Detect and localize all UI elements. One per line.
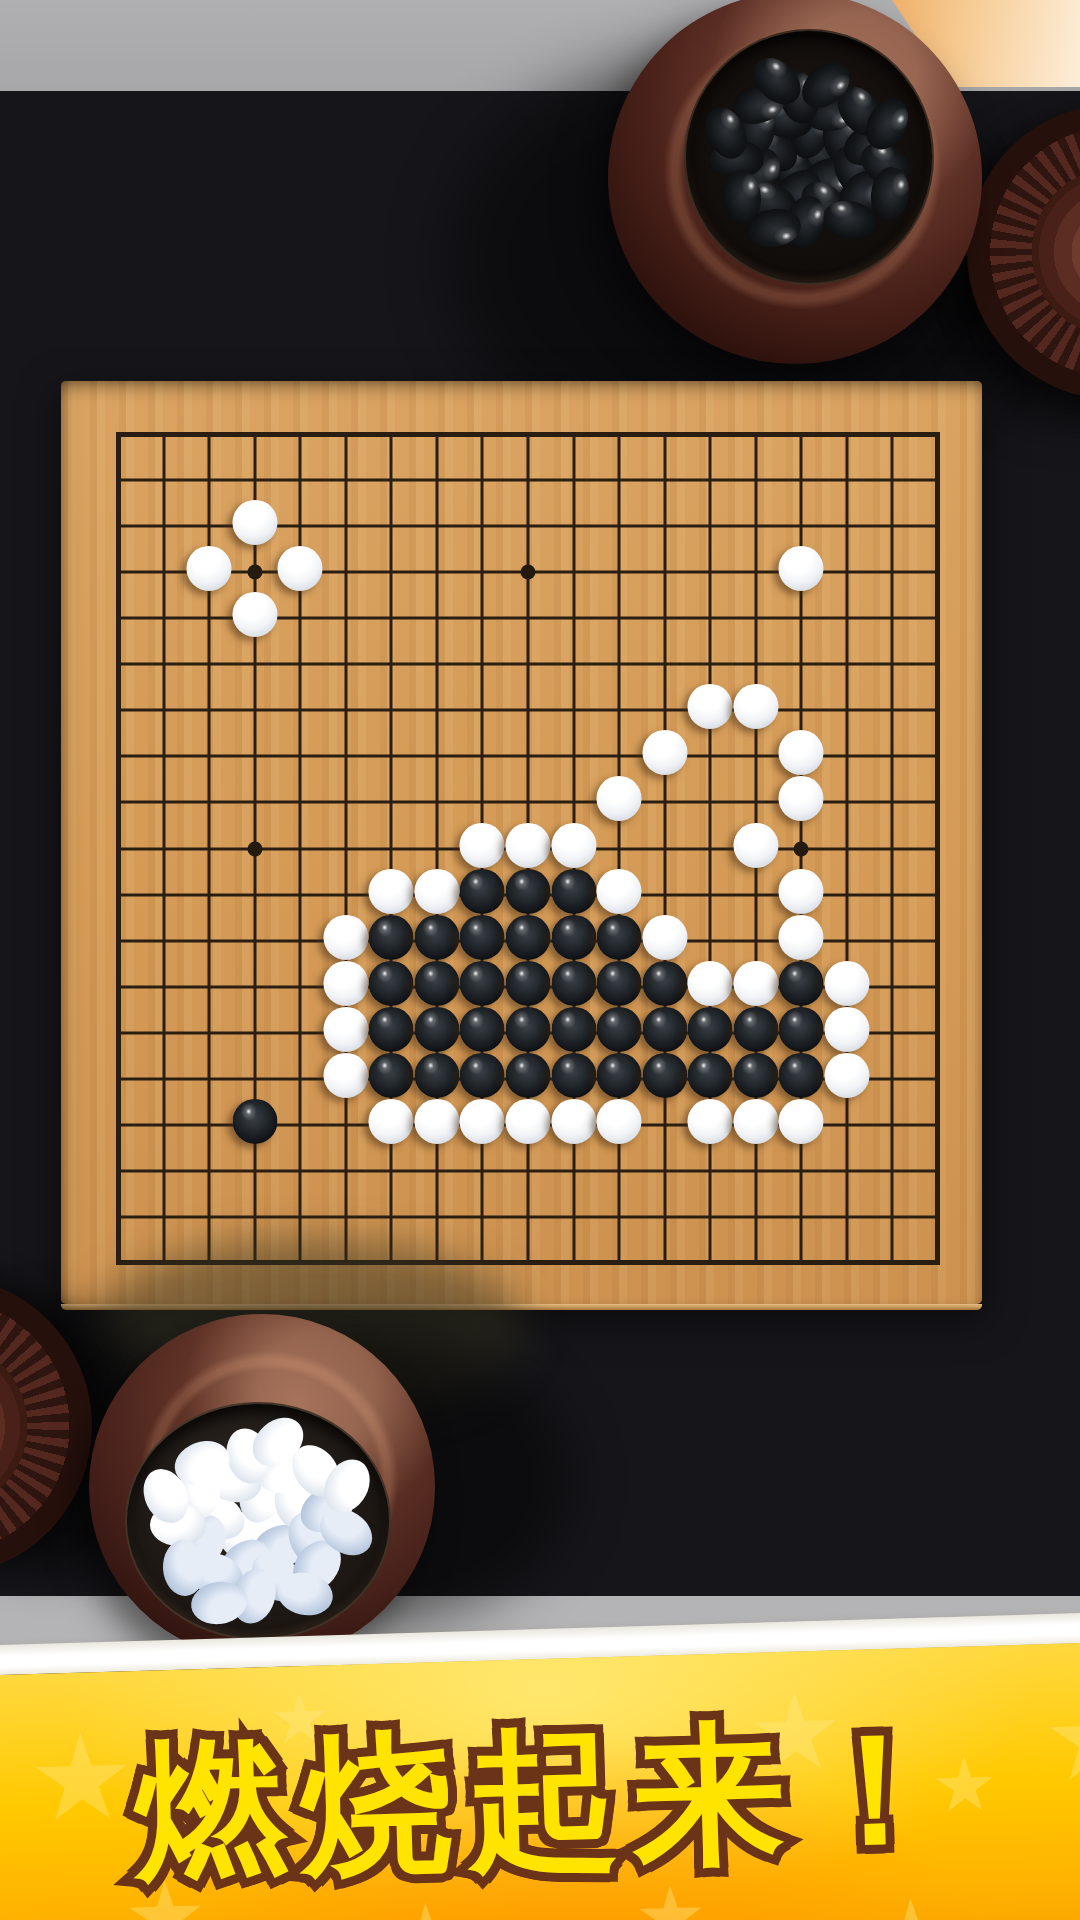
white-stone <box>779 915 824 960</box>
white-stone-bowl <box>89 1314 435 1660</box>
event-banner: 燃烧起来！ <box>0 1612 1080 1920</box>
black-stone <box>506 868 551 913</box>
white-stone <box>688 961 733 1006</box>
black-stone <box>688 1007 733 1052</box>
white-stone <box>688 1099 733 1144</box>
black-stone <box>460 915 505 960</box>
banner-star-icon <box>398 1902 455 1920</box>
white-stone <box>733 961 778 1006</box>
grid-line-vertical <box>937 434 940 1263</box>
black-bowl-opening <box>684 29 934 285</box>
star-point <box>521 565 536 580</box>
grid-line-vertical <box>663 434 666 1263</box>
white-stone <box>597 1099 642 1144</box>
black-stone <box>506 1053 551 1098</box>
white-stone <box>688 684 733 729</box>
white-stone <box>232 592 277 637</box>
white-stone <box>506 822 551 867</box>
white-stone <box>278 546 323 591</box>
white-stone <box>597 868 642 913</box>
white-stone <box>824 1053 869 1098</box>
grid-line-vertical <box>891 434 894 1263</box>
black-stone <box>460 1007 505 1052</box>
white-stone <box>642 730 687 775</box>
black-stone <box>460 868 505 913</box>
white-stone <box>551 822 596 867</box>
black-stone <box>597 915 642 960</box>
white-stone <box>779 1099 824 1144</box>
white-stone <box>369 1099 414 1144</box>
black-stone <box>414 1007 459 1052</box>
black-stone <box>688 1053 733 1098</box>
black-stone <box>642 1007 687 1052</box>
black-stone <box>597 1007 642 1052</box>
black-stone <box>460 961 505 1006</box>
white-stone <box>779 776 824 821</box>
black-stone <box>369 1007 414 1052</box>
white-stone <box>232 500 277 545</box>
black-stone <box>551 961 596 1006</box>
black-stone <box>369 1053 414 1098</box>
banner-body: 燃烧起来！ <box>0 1642 1080 1920</box>
grid-line-vertical <box>845 434 848 1263</box>
white-stone <box>733 1099 778 1144</box>
star-point <box>247 841 262 856</box>
star-point <box>247 565 262 580</box>
black-stone <box>506 1007 551 1052</box>
white-stone <box>597 776 642 821</box>
grid-line-horizontal <box>118 1169 938 1172</box>
game-screen: 燃烧起来！ <box>0 0 1080 1920</box>
black-stone <box>733 1007 778 1052</box>
grid-line-horizontal <box>118 1215 938 1218</box>
white-stone <box>414 1099 459 1144</box>
black-stone <box>414 1053 459 1098</box>
white-stone <box>323 1053 368 1098</box>
board-grid <box>118 434 938 1263</box>
black-stone <box>597 961 642 1006</box>
white-stone <box>824 1007 869 1052</box>
black-stone <box>551 1007 596 1052</box>
black-stone <box>506 961 551 1006</box>
banner-star-icon <box>868 1897 955 1920</box>
white-stone <box>323 915 368 960</box>
white-stone <box>551 1099 596 1144</box>
black-stone <box>460 1053 505 1098</box>
black-stone <box>551 1053 596 1098</box>
black-stone <box>779 961 824 1006</box>
white-stone <box>733 684 778 729</box>
black-stone <box>414 961 459 1006</box>
white-stone <box>323 961 368 1006</box>
go-board[interactable] <box>61 381 982 1304</box>
black-stone <box>232 1099 277 1144</box>
banner-star-icon <box>33 1731 131 1829</box>
banner-star-icon <box>637 1884 704 1920</box>
white-stone <box>460 1099 505 1144</box>
black-stone <box>551 915 596 960</box>
white-stone <box>779 546 824 591</box>
black-stone <box>369 961 414 1006</box>
black-stone <box>369 915 414 960</box>
white-stone <box>506 1099 551 1144</box>
black-stone <box>642 1053 687 1098</box>
black-stone <box>414 915 459 960</box>
black-stone <box>779 1007 824 1052</box>
white-stone <box>369 868 414 913</box>
white-bowl-opening <box>125 1402 391 1640</box>
star-point <box>794 841 809 856</box>
black-stone <box>733 1053 778 1098</box>
white-stone <box>460 822 505 867</box>
black-stone-bowl <box>608 0 982 364</box>
white-stone <box>642 915 687 960</box>
white-stone <box>414 868 459 913</box>
black-stone <box>779 1053 824 1098</box>
white-stone <box>824 961 869 1006</box>
white-stone <box>733 822 778 867</box>
white-stone <box>323 1007 368 1052</box>
banner-star-icon <box>1047 1691 1080 1789</box>
black-stone <box>551 868 596 913</box>
black-stone <box>642 961 687 1006</box>
white-stone <box>187 546 232 591</box>
white-stone <box>779 730 824 775</box>
black-stone <box>597 1053 642 1098</box>
white-stone <box>779 868 824 913</box>
banner-text: 燃烧起来！ <box>133 1712 967 1889</box>
black-stone <box>506 915 551 960</box>
